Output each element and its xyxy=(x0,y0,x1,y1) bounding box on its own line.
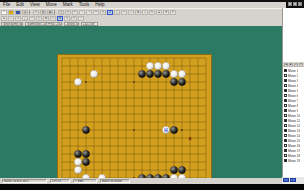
delete-tool-icon[interactable]: ✕ xyxy=(15,16,21,21)
main-toolbar: □▱▬▤✂▥▦◫|««‹›»»|●△□○A1✎▲▼≡ xyxy=(0,8,304,15)
pencil-tool-icon[interactable]: ✎ xyxy=(64,16,70,21)
move-label: Move 16 xyxy=(288,144,300,148)
diamond-tool-icon[interactable]: ◇ xyxy=(36,16,42,21)
white-stone[interactable] xyxy=(90,70,97,77)
white-move-icon xyxy=(284,154,287,157)
triangle-tool-icon[interactable]: △ xyxy=(22,16,28,21)
black-move-icon xyxy=(284,79,287,82)
forward-icon[interactable]: › xyxy=(86,10,92,15)
black-stone[interactable] xyxy=(170,126,177,133)
white-stone[interactable] xyxy=(178,70,185,77)
black-move-icon xyxy=(284,89,287,92)
tree-tool-icon[interactable]: ≡ xyxy=(71,16,77,21)
board-label-a: a xyxy=(189,136,192,141)
move-label: Move 4 xyxy=(288,84,298,88)
hoshi-point xyxy=(133,81,135,83)
white-stone[interactable] xyxy=(146,62,153,69)
white-stone-tool-icon[interactable]: ○ xyxy=(8,16,14,21)
white-move-icon xyxy=(284,124,287,127)
file-tab[interactable]: L&D.sgf xyxy=(81,22,98,26)
black-move-icon xyxy=(284,149,287,152)
black-stone[interactable] xyxy=(170,166,177,173)
move-list[interactable]: Move 1Move 2Move 3Move 4Move 5Move 6Move… xyxy=(283,68,304,166)
go-last-icon[interactable]: »| xyxy=(100,10,106,15)
black-stone-tool-icon[interactable]: ● xyxy=(1,16,7,21)
move-label: Move 17 xyxy=(288,149,300,153)
white-stone[interactable] xyxy=(74,78,81,85)
black-stone[interactable] xyxy=(178,166,185,173)
circle-mark-icon[interactable]: ○ xyxy=(128,10,134,15)
letter-tool-icon[interactable]: A xyxy=(43,16,49,21)
black-stone[interactable] xyxy=(170,78,177,85)
move-label: Move 11 xyxy=(288,119,300,123)
number-mark-icon[interactable]: 1 xyxy=(142,10,148,15)
list-icon[interactable]: ≡ xyxy=(170,10,176,15)
white-stone[interactable] xyxy=(162,62,169,69)
white-stone[interactable] xyxy=(154,62,161,69)
move-label: Move 13 xyxy=(288,129,300,133)
move-label: Move 5 xyxy=(288,89,298,93)
scroll-down-button[interactable] xyxy=(290,178,296,182)
panel-toolbar-button[interactable]: ✕ xyxy=(299,63,303,67)
panel-toolbar-button[interactable]: ◀ xyxy=(284,63,288,67)
black-move-icon xyxy=(284,99,287,102)
black-stone[interactable] xyxy=(82,126,89,133)
letter-mark-icon[interactable]: A xyxy=(135,10,141,15)
move-label: Move 19 xyxy=(288,159,300,163)
forward-10-icon[interactable]: » xyxy=(93,10,99,15)
square-mark-icon[interactable]: □ xyxy=(121,10,127,15)
status-segment: √ Edit xyxy=(73,179,97,183)
white-move-icon xyxy=(284,144,287,147)
panel-scroll-buttons xyxy=(282,177,304,184)
white-stone[interactable] xyxy=(170,70,177,77)
black-stone[interactable] xyxy=(162,70,169,77)
black-stone[interactable] xyxy=(74,150,81,157)
white-move-icon xyxy=(284,114,287,117)
panel-toolbar-button[interactable]: ≡ xyxy=(294,63,298,67)
desktop-background xyxy=(0,184,304,190)
number-tool-icon[interactable]: 1 xyxy=(50,16,56,21)
black-stone[interactable] xyxy=(82,158,89,165)
back-10-icon[interactable]: « xyxy=(72,10,78,15)
copy-icon[interactable]: ▥ xyxy=(40,10,46,15)
go-board-grid[interactable]: Ha xyxy=(57,54,212,190)
white-move-icon xyxy=(284,104,287,107)
move-list-row[interactable]: Move 19 xyxy=(283,158,304,163)
maximize-button[interactable]: □ xyxy=(293,2,297,6)
white-stone[interactable] xyxy=(74,158,81,165)
move-label: Move 18 xyxy=(288,154,300,158)
edit-icon[interactable]: ✎ xyxy=(149,10,155,15)
print-icon[interactable]: ▤ xyxy=(22,10,28,15)
black-stone[interactable] xyxy=(146,70,153,77)
scroll-up-button[interactable] xyxy=(283,178,289,182)
file-tab[interactable]: Samsung Cup Final 2004.sgf xyxy=(25,22,62,26)
black-stone[interactable] xyxy=(82,150,89,157)
panel-toolbar-button[interactable]: ▶ xyxy=(289,63,293,67)
black-stone[interactable] xyxy=(178,78,185,85)
black-move-icon xyxy=(284,129,287,132)
hoshi-point xyxy=(85,81,87,83)
down-icon[interactable]: ▼ xyxy=(163,10,169,15)
black-move-icon xyxy=(284,69,287,72)
up-icon[interactable]: ▲ xyxy=(156,10,162,15)
square-tool-icon[interactable]: □ xyxy=(29,16,35,21)
save-disk-icon[interactable]: ▬ xyxy=(15,10,21,15)
hoshi-point xyxy=(133,129,135,131)
move-label: Move 15 xyxy=(288,139,300,143)
toolbar-separator xyxy=(54,10,57,15)
minimize-button[interactable]: – xyxy=(288,2,292,6)
close-button[interactable]: ✕ xyxy=(298,2,302,6)
move-label: Move 7 xyxy=(288,99,298,103)
toolbar-separator xyxy=(29,10,32,15)
status-segment: 19×19 xyxy=(50,179,70,183)
help-tool-icon[interactable]: ? xyxy=(78,16,84,21)
black-stone[interactable] xyxy=(138,70,145,77)
triangle-mark-icon[interactable]: △ xyxy=(114,10,120,15)
black-move-icon xyxy=(284,109,287,112)
status-segment: Move 34 B:0 W:0 xyxy=(2,179,47,183)
status-segment: Black to move xyxy=(100,179,130,183)
target-tool-icon[interactable]: ⊕ xyxy=(57,16,63,21)
white-stone[interactable] xyxy=(74,166,81,173)
move-label: Move 12 xyxy=(288,124,300,128)
white-move-icon xyxy=(284,84,287,87)
board-icon[interactable]: ◫ xyxy=(58,10,64,15)
black-move-icon xyxy=(284,159,287,162)
back-icon[interactable]: ‹ xyxy=(79,10,85,15)
move-label: Move 8 xyxy=(288,104,298,108)
black-move-icon xyxy=(284,139,287,142)
new-file-icon[interactable]: □ xyxy=(1,10,7,15)
white-move-icon xyxy=(284,134,287,137)
move-label: Move 1 xyxy=(288,69,298,73)
file-tab[interactable]: Joseki.sgf xyxy=(64,22,79,26)
cut-icon[interactable]: ✂ xyxy=(33,10,39,15)
window-controls: –□✕ xyxy=(286,0,304,8)
game-tree-panel: ◀▶≡✕ Move 1Move 2Move 3Move 4Move 5Move … xyxy=(282,8,304,184)
move-label: Move 3 xyxy=(288,79,298,83)
file-tab[interactable]: NewGame.sgf xyxy=(1,22,23,26)
paste-icon[interactable]: ▦ xyxy=(47,10,53,15)
hoshi-point xyxy=(181,129,183,131)
white-move-icon xyxy=(284,74,287,77)
go-board[interactable]: Ha xyxy=(57,54,212,190)
play-icon[interactable]: ● xyxy=(107,10,113,15)
move-label: Move 2 xyxy=(288,74,298,78)
white-move-icon xyxy=(284,94,287,97)
open-folder-icon[interactable]: ▱ xyxy=(8,10,14,15)
black-move-icon xyxy=(284,119,287,122)
board-workspace: Ha xyxy=(0,26,282,178)
panel-toolbar: ◀▶≡✕ xyxy=(283,62,304,67)
move-label: Move 14 xyxy=(288,134,300,138)
move-label: Move 10 xyxy=(288,114,300,118)
black-stone[interactable] xyxy=(154,70,161,77)
move-label: Move 9 xyxy=(288,109,298,113)
move-label: Move 6 xyxy=(288,94,298,98)
go-first-icon[interactable]: |« xyxy=(65,10,71,15)
